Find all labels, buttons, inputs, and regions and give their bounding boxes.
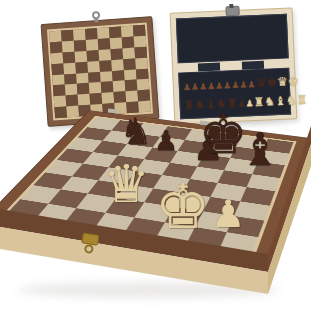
pieces-layer: ♞♟♟♚♝♛♚♟ bbox=[0, 0, 320, 320]
product-photo: ♟♟♟♟♟♟♟♟♟♛♚♛♚♜♞♝♞♜♟♟♜♞♝♞♜ ♞♟♟♚♝♛♚♟ bbox=[0, 0, 320, 320]
chess-piece-dark-B: ♝ bbox=[240, 127, 280, 172]
chess-piece-dark-N: ♞ bbox=[120, 114, 152, 150]
chess-piece-dark-P: ♟ bbox=[154, 127, 178, 154]
chess-piece-light-Q: ♛ bbox=[103, 158, 150, 210]
chess-piece-light-P: ♟ bbox=[211, 195, 245, 233]
chess-piece-light-K: ♚ bbox=[155, 176, 211, 238]
